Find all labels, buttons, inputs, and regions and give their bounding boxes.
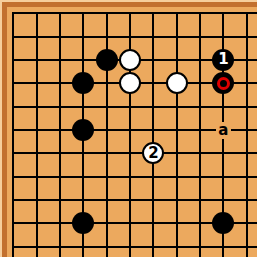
intersection — [142, 72, 165, 95]
intersection — [165, 235, 188, 257]
intersection — [212, 25, 235, 48]
intersection — [48, 2, 71, 25]
intersection — [48, 188, 71, 211]
intersection — [235, 48, 257, 71]
intersection — [118, 142, 141, 165]
black-stone: 1 — [212, 49, 234, 71]
intersection — [188, 118, 211, 141]
black-stone — [72, 212, 94, 234]
intersection — [72, 188, 95, 211]
intersection — [188, 72, 211, 95]
white-stone — [119, 72, 141, 94]
intersection — [118, 48, 141, 71]
intersection — [235, 2, 257, 25]
intersection — [188, 2, 211, 25]
intersection — [25, 25, 48, 48]
intersection — [212, 95, 235, 118]
intersection — [95, 165, 118, 188]
intersection — [72, 25, 95, 48]
intersection — [72, 48, 95, 71]
intersection — [2, 2, 25, 25]
intersection — [118, 72, 141, 95]
black-stone — [72, 72, 94, 94]
white-stone — [119, 49, 141, 71]
intersection — [165, 188, 188, 211]
intersection — [48, 72, 71, 95]
circle-mark — [217, 77, 230, 90]
intersection — [72, 2, 95, 25]
intersection — [2, 165, 25, 188]
intersection — [95, 142, 118, 165]
go-board: 1a2 — [0, 0, 257, 257]
intersection — [235, 165, 257, 188]
intersection — [25, 95, 48, 118]
intersection — [165, 48, 188, 71]
intersection — [95, 235, 118, 257]
intersection — [188, 235, 211, 257]
intersection — [165, 2, 188, 25]
move-number-label: 2 — [148, 145, 158, 160]
intersection — [165, 72, 188, 95]
intersection — [212, 165, 235, 188]
intersection — [165, 165, 188, 188]
intersection — [48, 235, 71, 257]
intersection — [95, 118, 118, 141]
intersection — [212, 188, 235, 211]
intersection — [25, 48, 48, 71]
intersection — [188, 212, 211, 235]
intersection — [72, 142, 95, 165]
intersection — [95, 72, 118, 95]
intersection — [72, 212, 95, 235]
intersection — [118, 235, 141, 257]
intersection — [72, 165, 95, 188]
intersection — [95, 2, 118, 25]
intersection — [188, 142, 211, 165]
intersection — [48, 95, 71, 118]
intersection: a — [212, 118, 235, 141]
intersection — [25, 165, 48, 188]
intersection — [188, 188, 211, 211]
intersection — [48, 48, 71, 71]
intersection — [165, 118, 188, 141]
intersection — [25, 235, 48, 257]
intersection — [188, 25, 211, 48]
intersection — [212, 2, 235, 25]
intersection — [118, 2, 141, 25]
intersection — [142, 2, 165, 25]
intersection — [95, 25, 118, 48]
move-number-label: 1 — [218, 52, 228, 67]
intersection — [25, 72, 48, 95]
intersection — [235, 25, 257, 48]
intersection — [142, 165, 165, 188]
black-stone — [72, 119, 94, 141]
intersection — [212, 142, 235, 165]
white-stone: 2 — [142, 142, 164, 164]
intersection — [25, 212, 48, 235]
intersection — [165, 25, 188, 48]
intersection — [95, 212, 118, 235]
intersection — [48, 142, 71, 165]
intersection — [2, 72, 25, 95]
point-label-a: a — [216, 122, 231, 139]
intersection — [2, 48, 25, 71]
intersection — [25, 118, 48, 141]
intersection — [2, 142, 25, 165]
intersection — [165, 95, 188, 118]
intersection — [188, 95, 211, 118]
board-grid: 1a2 — [2, 2, 257, 257]
intersection — [118, 25, 141, 48]
black-stone — [212, 72, 234, 94]
intersection — [25, 2, 48, 25]
black-stone — [96, 49, 118, 71]
intersection — [235, 212, 257, 235]
intersection — [188, 165, 211, 188]
intersection — [235, 142, 257, 165]
intersection: 1 — [212, 48, 235, 71]
intersection — [48, 25, 71, 48]
intersection — [165, 212, 188, 235]
intersection — [235, 72, 257, 95]
intersection — [2, 95, 25, 118]
intersection — [235, 95, 257, 118]
intersection — [25, 142, 48, 165]
intersection — [118, 118, 141, 141]
intersection — [118, 212, 141, 235]
intersection — [235, 188, 257, 211]
intersection — [188, 48, 211, 71]
go-diagram: 1a2 — [0, 0, 257, 257]
intersection — [2, 188, 25, 211]
intersection — [165, 142, 188, 165]
intersection — [25, 188, 48, 211]
intersection — [2, 212, 25, 235]
black-stone — [212, 212, 234, 234]
intersection — [118, 95, 141, 118]
intersection — [142, 48, 165, 71]
intersection — [48, 165, 71, 188]
white-stone — [166, 72, 188, 94]
intersection — [48, 118, 71, 141]
intersection — [212, 212, 235, 235]
intersection — [118, 165, 141, 188]
intersection — [72, 118, 95, 141]
intersection — [212, 235, 235, 257]
intersection — [235, 235, 257, 257]
intersection — [118, 188, 141, 211]
intersection: 2 — [142, 142, 165, 165]
intersection — [142, 188, 165, 211]
intersection — [2, 25, 25, 48]
intersection — [142, 118, 165, 141]
intersection — [142, 212, 165, 235]
intersection — [142, 235, 165, 257]
intersection — [2, 235, 25, 257]
intersection — [212, 72, 235, 95]
intersection — [48, 212, 71, 235]
intersection — [142, 95, 165, 118]
intersection — [72, 235, 95, 257]
intersection — [95, 95, 118, 118]
intersection — [142, 25, 165, 48]
intersection — [95, 188, 118, 211]
intersection — [95, 48, 118, 71]
intersection — [2, 118, 25, 141]
intersection — [72, 95, 95, 118]
intersection — [72, 72, 95, 95]
intersection — [235, 118, 257, 141]
